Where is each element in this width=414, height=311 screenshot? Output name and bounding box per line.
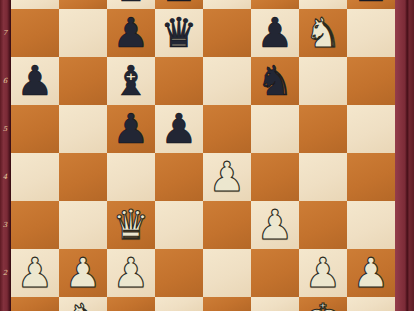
square-b4[interactable] [59, 153, 107, 201]
square-d1[interactable] [155, 297, 203, 311]
square-f7[interactable]: ♟ [251, 9, 299, 57]
square-g3[interactable] [299, 201, 347, 249]
square-c1[interactable] [107, 297, 155, 311]
square-b7[interactable] [59, 9, 107, 57]
square-e7[interactable] [203, 9, 251, 57]
rank-label-3: 3 [0, 222, 10, 229]
square-b2[interactable]: ♟ [59, 249, 107, 297]
square-b5[interactable] [59, 105, 107, 153]
piece-black-rook-icon: ♜ [347, 0, 395, 9]
square-b8[interactable] [59, 0, 107, 9]
square-f3[interactable]: ♟ [251, 201, 299, 249]
square-e8[interactable] [203, 0, 251, 9]
rank-label-5: 5 [0, 126, 10, 133]
square-g1[interactable]: ♚ [299, 297, 347, 311]
square-d8[interactable]: ♜ [155, 0, 203, 9]
piece-white-knight-icon: ♞ [59, 297, 107, 311]
square-a6[interactable]: ♟ [11, 57, 59, 105]
square-e6[interactable] [203, 57, 251, 105]
piece-black-rook-icon: ♜ [155, 0, 203, 9]
square-c6[interactable]: ♝ [107, 57, 155, 105]
square-h2[interactable]: ♟ [347, 249, 395, 297]
square-e2[interactable] [203, 249, 251, 297]
rank-label-2: 2 [0, 270, 10, 277]
square-h7[interactable] [347, 9, 395, 57]
piece-white-pawn-icon: ♟ [107, 249, 155, 297]
piece-black-queen-icon: ♛ [155, 9, 203, 57]
square-c7[interactable]: ♟ [107, 9, 155, 57]
piece-white-pawn-icon: ♟ [59, 249, 107, 297]
piece-white-pawn-icon: ♟ [299, 249, 347, 297]
square-f8[interactable] [251, 0, 299, 9]
square-f6[interactable]: ♞ [251, 57, 299, 105]
square-a5[interactable] [11, 105, 59, 153]
piece-black-king-icon: ♚ [107, 0, 155, 9]
square-h8[interactable]: ♜ [347, 0, 395, 9]
board-frame-left: 765432 [0, 0, 10, 311]
square-d4[interactable] [155, 153, 203, 201]
square-e4[interactable]: ♟ [203, 153, 251, 201]
square-g6[interactable] [299, 57, 347, 105]
piece-black-pawn-icon: ♟ [107, 105, 155, 153]
rank-label-4: 4 [0, 174, 10, 181]
square-e1[interactable] [203, 297, 251, 311]
chess-diagram: 765432 ♚♜♜♟♛♟♞♟♝♞♟♟♟♛♟♟♟♟♟♟♞♚ [0, 0, 414, 311]
square-a1[interactable] [11, 297, 59, 311]
square-e3[interactable] [203, 201, 251, 249]
square-a3[interactable] [11, 201, 59, 249]
square-c2[interactable]: ♟ [107, 249, 155, 297]
rank-label-6: 6 [0, 78, 10, 85]
square-c4[interactable] [107, 153, 155, 201]
square-h6[interactable] [347, 57, 395, 105]
chess-board: ♚♜♜♟♛♟♞♟♝♞♟♟♟♛♟♟♟♟♟♟♞♚ [10, 0, 394, 311]
square-c5[interactable]: ♟ [107, 105, 155, 153]
square-a2[interactable]: ♟ [11, 249, 59, 297]
square-f4[interactable] [251, 153, 299, 201]
rank-label-7: 7 [0, 30, 10, 37]
piece-white-pawn-icon: ♟ [11, 249, 59, 297]
piece-white-pawn-icon: ♟ [203, 153, 251, 201]
square-g7[interactable]: ♞ [299, 9, 347, 57]
square-g4[interactable] [299, 153, 347, 201]
piece-black-pawn-icon: ♟ [107, 9, 155, 57]
piece-black-pawn-icon: ♟ [11, 57, 59, 105]
square-c8[interactable]: ♚ [107, 0, 155, 9]
square-d3[interactable] [155, 201, 203, 249]
square-b1[interactable]: ♞ [59, 297, 107, 311]
square-g8[interactable] [299, 0, 347, 9]
square-h5[interactable] [347, 105, 395, 153]
square-f5[interactable] [251, 105, 299, 153]
square-f2[interactable] [251, 249, 299, 297]
square-a8[interactable] [11, 0, 59, 9]
square-c3[interactable]: ♛ [107, 201, 155, 249]
square-d6[interactable] [155, 57, 203, 105]
piece-white-king-icon: ♚ [299, 297, 347, 311]
board-frame-right [394, 0, 414, 311]
square-h1[interactable] [347, 297, 395, 311]
piece-white-queen-icon: ♛ [107, 201, 155, 249]
square-a7[interactable] [11, 9, 59, 57]
piece-white-pawn-icon: ♟ [347, 249, 395, 297]
square-g2[interactable]: ♟ [299, 249, 347, 297]
square-b3[interactable] [59, 201, 107, 249]
square-h4[interactable] [347, 153, 395, 201]
piece-black-pawn-icon: ♟ [155, 105, 203, 153]
square-h3[interactable] [347, 201, 395, 249]
piece-black-pawn-icon: ♟ [251, 9, 299, 57]
square-a4[interactable] [11, 153, 59, 201]
piece-white-knight-icon: ♞ [299, 9, 347, 57]
piece-black-bishop-icon: ♝ [107, 57, 155, 105]
square-b6[interactable] [59, 57, 107, 105]
square-d7[interactable]: ♛ [155, 9, 203, 57]
square-g5[interactable] [299, 105, 347, 153]
piece-white-pawn-icon: ♟ [251, 201, 299, 249]
square-d2[interactable] [155, 249, 203, 297]
square-d5[interactable]: ♟ [155, 105, 203, 153]
piece-black-knight-icon: ♞ [251, 57, 299, 105]
square-e5[interactable] [203, 105, 251, 153]
square-f1[interactable] [251, 297, 299, 311]
